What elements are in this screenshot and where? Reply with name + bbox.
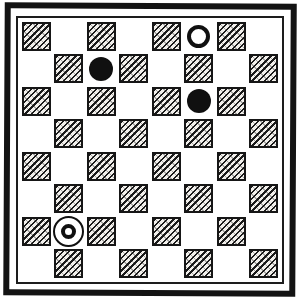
hatched-square-r8c8: [248, 248, 281, 281]
black-man-piece[interactable]: [188, 90, 210, 112]
playing-square-r7c2[interactable]: [53, 215, 86, 248]
hatched-square-r8c6: [183, 248, 216, 281]
playing-square-r8c5[interactable]: [150, 248, 183, 281]
playing-square-r4c7[interactable]: [215, 118, 248, 151]
black-man-piece[interactable]: [90, 58, 112, 80]
playing-square-r5c4[interactable]: [118, 150, 151, 183]
checkers-diagram: [0, 0, 300, 300]
playing-square-r4c3[interactable]: [85, 118, 118, 151]
playing-square-r1c2[interactable]: [53, 20, 86, 53]
playing-square-r1c8[interactable]: [248, 20, 281, 53]
hatched-square-r5c5: [150, 150, 183, 183]
white-man-piece[interactable]: [187, 25, 210, 48]
hatched-square-r3c7: [215, 85, 248, 118]
hatched-square-r2c8: [248, 53, 281, 86]
hatched-square-r5c1: [20, 150, 53, 183]
playing-square-r1c4[interactable]: [118, 20, 151, 53]
hatched-square-r1c3: [85, 20, 118, 53]
hatched-square-r4c8: [248, 118, 281, 151]
playing-square-r6c5[interactable]: [150, 183, 183, 216]
hatched-square-r1c5: [150, 20, 183, 53]
hatched-square-r3c5: [150, 85, 183, 118]
playing-square-r5c2[interactable]: [53, 150, 86, 183]
hatched-square-r7c1: [20, 215, 53, 248]
hatched-square-r5c3: [85, 150, 118, 183]
playing-square-r5c6[interactable]: [183, 150, 216, 183]
playing-square-r8c1[interactable]: [20, 248, 53, 281]
hatched-square-r4c6: [183, 118, 216, 151]
hatched-square-r6c4: [118, 183, 151, 216]
playing-square-r6c1[interactable]: [20, 183, 53, 216]
playing-square-r8c7[interactable]: [215, 248, 248, 281]
playing-square-r3c2[interactable]: [53, 85, 86, 118]
hatched-square-r1c1: [20, 20, 53, 53]
hatched-square-r6c8: [248, 183, 281, 216]
playing-square-r6c3[interactable]: [85, 183, 118, 216]
hatched-square-r6c2: [53, 183, 86, 216]
playing-square-r7c8[interactable]: [248, 215, 281, 248]
hatched-square-r7c5: [150, 215, 183, 248]
playing-square-r4c5[interactable]: [150, 118, 183, 151]
hatched-square-r3c1: [20, 85, 53, 118]
playing-square-r1c6[interactable]: [183, 20, 216, 53]
white-king-piece[interactable]: [53, 216, 84, 247]
hatched-square-r4c4: [118, 118, 151, 151]
playing-square-r3c8[interactable]: [248, 85, 281, 118]
hatched-square-r8c2: [53, 248, 86, 281]
hatched-square-r7c3: [85, 215, 118, 248]
playing-square-r7c4[interactable]: [118, 215, 151, 248]
checkers-board: [20, 20, 280, 280]
hatched-square-r2c4: [118, 53, 151, 86]
playing-square-r2c5[interactable]: [150, 53, 183, 86]
playing-square-r3c6[interactable]: [183, 85, 216, 118]
playing-square-r2c3[interactable]: [85, 53, 118, 86]
playing-square-r2c7[interactable]: [215, 53, 248, 86]
hatched-square-r2c2: [53, 53, 86, 86]
hatched-square-r4c2: [53, 118, 86, 151]
hatched-square-r2c6: [183, 53, 216, 86]
hatched-square-r6c6: [183, 183, 216, 216]
playing-square-r6c7[interactable]: [215, 183, 248, 216]
hatched-square-r1c7: [215, 20, 248, 53]
playing-square-r8c3[interactable]: [85, 248, 118, 281]
playing-square-r5c8[interactable]: [248, 150, 281, 183]
hatched-square-r8c4: [118, 248, 151, 281]
playing-square-r7c6[interactable]: [183, 215, 216, 248]
playing-square-r3c4[interactable]: [118, 85, 151, 118]
playing-square-r2c1[interactable]: [20, 53, 53, 86]
hatched-square-r3c3: [85, 85, 118, 118]
playing-square-r4c1[interactable]: [20, 118, 53, 151]
king-inner-ring: [61, 224, 76, 239]
hatched-square-r7c7: [215, 215, 248, 248]
hatched-square-r5c7: [215, 150, 248, 183]
